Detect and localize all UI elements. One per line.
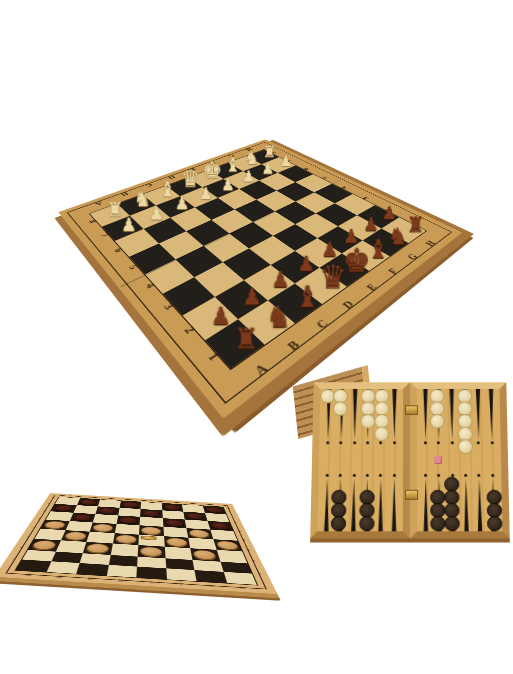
- draughts-square[interactable]: [76, 563, 108, 576]
- draughts-checker[interactable]: [53, 505, 74, 512]
- coordinate-label: A: [13, 572, 45, 577]
- backgammon-point[interactable]: [388, 389, 401, 449]
- point-triangle: [390, 389, 399, 439]
- coordinate-label: 3: [358, 189, 384, 203]
- chess-square[interactable]: [295, 213, 338, 238]
- backgammon-checker-stack: [334, 390, 348, 415]
- draughts-checker[interactable]: [189, 529, 211, 538]
- backgammon-checker-stack: [431, 390, 445, 428]
- chess-square[interactable]: [229, 222, 273, 248]
- backgammon-checker-stack: [332, 491, 347, 530]
- point-tip-dot: [393, 441, 396, 444]
- coordinate-label: 4: [239, 539, 251, 549]
- draughts-checker[interactable]: [118, 516, 138, 524]
- draughts-square[interactable]: [106, 565, 137, 578]
- backgammon-checker-stack: [320, 390, 334, 402]
- chess-grid: ♜♞♝♛♚♝♞♜♟♟♟♟♟♟♟♟♟♟♟♟♟♟♟♟♜♞♝♛♚♝♞♜: [90, 150, 426, 369]
- draughts-checker[interactable]: [164, 519, 184, 527]
- coordinate-label: F: [167, 582, 198, 587]
- point-tip-dot: [393, 474, 396, 477]
- draughts-checker[interactable]: [86, 543, 110, 553]
- point-triangle: [421, 389, 430, 439]
- draughts-checker[interactable]: [98, 507, 118, 514]
- point-triangle: [461, 479, 471, 531]
- point-triangle: [473, 389, 483, 439]
- chess-piece-pawn[interactable]: ♟: [113, 216, 144, 234]
- backgammon-point[interactable]: [471, 389, 485, 449]
- draughts-checker[interactable]: [193, 550, 217, 561]
- coordinate-label: 8: [66, 217, 101, 234]
- backgammon-point[interactable]: [472, 469, 486, 531]
- point-tip-dot: [490, 441, 493, 444]
- point-tip-dot: [353, 441, 356, 444]
- backgammon-checker[interactable]: [333, 401, 348, 415]
- draughts-checker[interactable]: [115, 534, 137, 543]
- draughts-square[interactable]: [46, 561, 80, 574]
- draughts-board: ABCDEFGH ABCDEFGH 87654321 87654321: [0, 493, 277, 594]
- chess-board-photo: ABCDEFGH ABCDEFGH 87654321 87654321 ♜♞♝♛…: [18, 50, 488, 415]
- backgammon-case-photo: [298, 372, 513, 554]
- draughts-checker[interactable]: [31, 540, 58, 550]
- draughts-board-tilt: ABCDEFGH ABCDEFGH 87654321 87654321: [3, 394, 277, 641]
- backgammon-checker-stack: [360, 491, 375, 530]
- backgammon-checker[interactable]: [331, 516, 346, 531]
- backgammon-point[interactable]: [348, 389, 362, 449]
- point-tip-dot: [477, 441, 480, 444]
- coordinate-label: E: [136, 580, 167, 585]
- chess-square[interactable]: [159, 231, 204, 259]
- point-triangle: [376, 479, 385, 531]
- backgammon-checker[interactable]: [458, 439, 473, 454]
- point-tip-dot: [353, 474, 356, 477]
- point-tip-dot: [438, 474, 441, 477]
- backgammon-left-half: [310, 382, 410, 538]
- point-triangle: [322, 479, 332, 531]
- draughts-checker[interactable]: [72, 514, 93, 522]
- draughts-checker[interactable]: [43, 521, 66, 529]
- coordinate-label: B: [273, 330, 314, 362]
- draughts-square[interactable]: [166, 568, 197, 581]
- draughts-grid: [16, 497, 257, 585]
- backgammon-checker-stack: [361, 390, 375, 428]
- draughts-square[interactable]: [223, 572, 257, 585]
- point-tip-dot: [379, 474, 382, 477]
- point-tip-dot: [380, 441, 383, 444]
- backgammon-checker-stack: [375, 390, 389, 440]
- draughts-checker[interactable]: [140, 546, 162, 556]
- coordinate-label: 2: [249, 559, 263, 572]
- point-tip-dot: [326, 441, 329, 444]
- point-tip-dot: [339, 474, 342, 477]
- backgammon-point[interactable]: [374, 469, 388, 531]
- point-triangle: [349, 479, 359, 531]
- point-tip-dot: [366, 441, 369, 444]
- coordinate-label: G: [197, 583, 228, 588]
- backgammon-checker[interactable]: [430, 414, 445, 429]
- chess-piece-rook[interactable]: ♜: [225, 325, 269, 355]
- chess-piece-pawn[interactable]: ♟: [141, 205, 171, 223]
- point-triangle: [421, 479, 430, 531]
- backgammon-checker[interactable]: [431, 516, 446, 531]
- backgammon-checker[interactable]: [487, 516, 503, 531]
- backgammon-checker-stack: [431, 491, 445, 530]
- point-tip-dot: [326, 474, 329, 477]
- coordinate-label: C: [74, 576, 105, 581]
- draughts-checker[interactable]: [166, 537, 188, 546]
- point-triangle: [447, 389, 456, 439]
- point-triangle: [389, 479, 398, 531]
- backgammon-checker-stack: [458, 390, 473, 453]
- point-tip-dot: [464, 474, 467, 477]
- coordinate-label: B: [44, 574, 76, 579]
- draughts-board-photo: ABCDEFGH ABCDEFGH 87654321 87654321: [10, 372, 290, 552]
- coordinate-label: D: [105, 578, 136, 583]
- backgammon-checker[interactable]: [375, 427, 390, 442]
- coordinate-label: D: [330, 292, 365, 318]
- point-triangle: [475, 479, 485, 531]
- backgammon-point[interactable]: [445, 389, 459, 449]
- draughts-checker[interactable]: [215, 540, 239, 550]
- brass-hinge: [405, 490, 418, 500]
- red-die[interactable]: [434, 456, 442, 464]
- draughts-checker[interactable]: [92, 524, 114, 532]
- point-tip-dot: [478, 474, 481, 477]
- coordinate-label: H: [227, 585, 259, 590]
- backgammon-checker[interactable]: [320, 389, 335, 403]
- draughts-checker[interactable]: [141, 526, 161, 535]
- point-triangle: [350, 389, 360, 439]
- coordinate-label: 6: [299, 161, 323, 172]
- brass-hinge: [405, 405, 418, 415]
- point-tip-dot: [340, 441, 343, 444]
- draughts-checker[interactable]: [209, 522, 230, 530]
- backgammon-point[interactable]: [484, 389, 498, 449]
- chess-piece-pawn[interactable]: ♟: [168, 195, 197, 212]
- backgammon-right-half: [410, 382, 510, 538]
- draughts-square[interactable]: [194, 570, 226, 583]
- point-tip-dot: [451, 441, 454, 444]
- point-tip-dot: [366, 474, 369, 477]
- backgammon-checker-stack: [488, 491, 503, 530]
- backgammon-point[interactable]: [387, 469, 401, 531]
- backgammon-checker[interactable]: [361, 414, 376, 429]
- backgammon-checker-stack: [445, 478, 460, 530]
- draughts-checker[interactable]: [63, 531, 87, 540]
- backgammon-point[interactable]: [459, 469, 473, 531]
- draughts-square[interactable]: [136, 567, 166, 580]
- point-tip-dot: [424, 441, 427, 444]
- coordinate-label: 5: [235, 530, 247, 539]
- coordinate-label: C: [303, 310, 341, 339]
- point-triangle: [487, 389, 497, 439]
- coordinate-label: 3: [244, 548, 257, 559]
- backgammon-board: [310, 382, 510, 538]
- backgammon-checker[interactable]: [360, 516, 375, 531]
- backgammon-point[interactable]: [347, 469, 361, 531]
- chess-square[interactable]: [316, 203, 357, 226]
- point-tip-dot: [491, 474, 494, 477]
- draughts-checker[interactable]: [142, 510, 160, 517]
- point-tip-dot: [437, 441, 440, 444]
- point-tip-dot: [424, 474, 427, 477]
- backgammon-checker[interactable]: [445, 516, 460, 531]
